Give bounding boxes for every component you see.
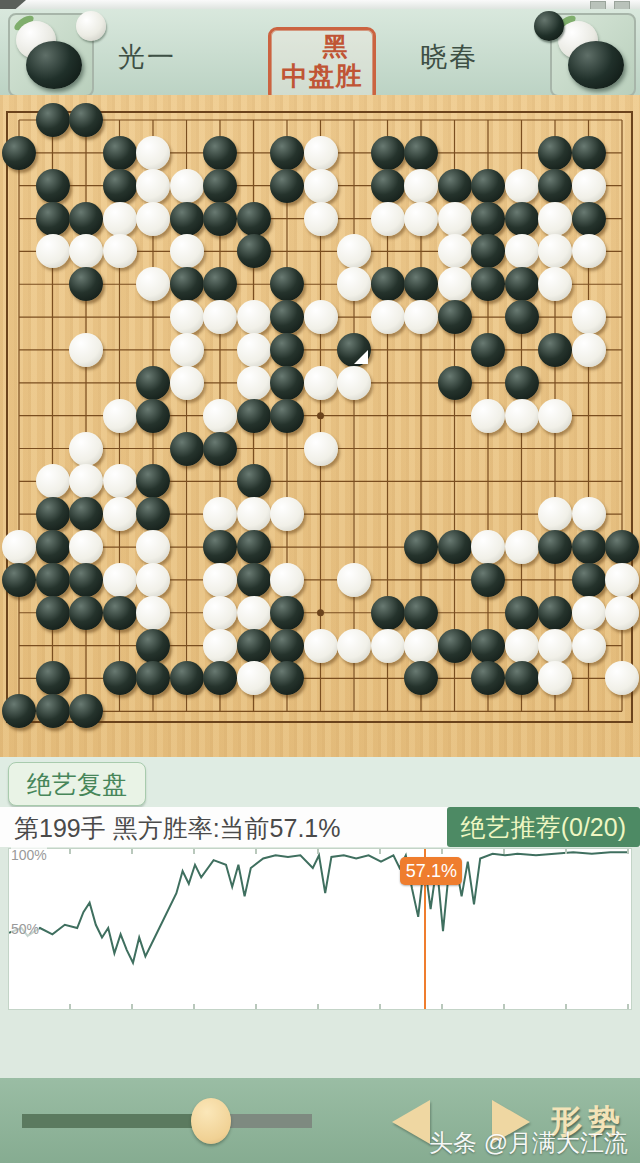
black-stone	[237, 530, 271, 564]
black-stone	[270, 169, 304, 203]
black-stone	[371, 267, 405, 301]
black-stone	[505, 366, 539, 400]
black-stone	[170, 661, 204, 695]
black-stone-last-move	[337, 333, 371, 367]
black-stone	[471, 629, 505, 663]
black-stone	[471, 169, 505, 203]
white-stone	[203, 563, 237, 597]
black-stone	[36, 596, 70, 630]
black-stone	[371, 136, 405, 170]
white-stone	[237, 333, 271, 367]
right-player-color-badge-black	[534, 11, 564, 41]
black-stone	[237, 202, 271, 236]
white-stone	[572, 497, 606, 531]
black-stone	[203, 530, 237, 564]
replay-button[interactable]: 绝艺复盘	[8, 762, 146, 806]
white-stone	[136, 267, 170, 301]
black-stone	[572, 563, 606, 597]
white-stone	[237, 596, 271, 630]
black-stone	[36, 530, 70, 564]
white-stone	[371, 202, 405, 236]
black-stone	[36, 103, 70, 137]
black-stone	[605, 530, 639, 564]
black-stone	[2, 563, 36, 597]
black-stone	[103, 596, 137, 630]
white-stone	[538, 497, 572, 531]
black-stone	[538, 169, 572, 203]
result-stamp: 黑 中盘胜	[268, 27, 376, 103]
move-info-text: 第199手 黑方胜率:当前57.1%	[14, 812, 341, 845]
white-stone	[404, 300, 438, 334]
black-stone	[471, 563, 505, 597]
black-stone	[538, 530, 572, 564]
corner-arrow-icon	[0, 0, 26, 9]
black-stone	[69, 596, 103, 630]
right-player-name: 晓春	[420, 39, 478, 75]
white-stone	[404, 629, 438, 663]
black-stone	[505, 267, 539, 301]
bottom-control-bar: 形势 头条 @月满大江流	[0, 1078, 640, 1163]
white-stone	[505, 530, 539, 564]
white-stone	[237, 300, 271, 334]
result-stamp-line1: 黑	[271, 32, 373, 60]
black-stone	[572, 202, 606, 236]
white-stone	[103, 202, 137, 236]
white-stone	[103, 399, 137, 433]
white-stone	[438, 202, 472, 236]
replay-row: 绝艺复盘	[0, 757, 640, 807]
white-stone	[572, 596, 606, 630]
white-stone	[438, 234, 472, 268]
black-stone	[36, 497, 70, 531]
black-stone	[136, 366, 170, 400]
black-stone	[203, 202, 237, 236]
black-stone	[103, 661, 137, 695]
black-stone	[136, 497, 170, 531]
white-stone	[103, 497, 137, 531]
black-stone	[136, 399, 170, 433]
game-header: 光一 黑 中盘胜 晓春	[0, 9, 640, 95]
white-stone	[203, 300, 237, 334]
black-stone	[270, 136, 304, 170]
white-stone	[538, 267, 572, 301]
black-stone	[572, 136, 606, 170]
white-stone	[136, 596, 170, 630]
black-stone	[505, 661, 539, 695]
slider-track-filled	[22, 1114, 211, 1128]
black-stone	[270, 366, 304, 400]
white-stone	[304, 202, 338, 236]
white-stone	[69, 333, 103, 367]
black-stone	[270, 267, 304, 301]
white-stone	[337, 563, 371, 597]
white-stone	[505, 169, 539, 203]
winrate-curve	[9, 849, 629, 1007]
white-stone	[404, 169, 438, 203]
black-stone	[270, 629, 304, 663]
slider-thumb[interactable]	[191, 1098, 231, 1144]
white-stone	[304, 300, 338, 334]
black-stone	[505, 300, 539, 334]
black-stone	[404, 136, 438, 170]
white-stone	[203, 629, 237, 663]
black-stone	[471, 267, 505, 301]
chart-bottom-ticks	[9, 1004, 631, 1009]
white-stone	[304, 366, 338, 400]
white-stone	[237, 497, 271, 531]
white-stone	[572, 629, 606, 663]
white-stone	[170, 333, 204, 367]
black-stone	[69, 202, 103, 236]
left-player-color-badge-white	[76, 11, 106, 41]
white-stone	[572, 234, 606, 268]
black-stone	[538, 136, 572, 170]
white-stone	[69, 530, 103, 564]
black-stone	[438, 169, 472, 203]
white-stone	[505, 234, 539, 268]
last-move-triangle-marker	[354, 350, 368, 364]
white-stone	[103, 563, 137, 597]
black-stone	[203, 136, 237, 170]
white-stone	[572, 169, 606, 203]
black-stone	[438, 300, 472, 334]
white-stone	[572, 333, 606, 367]
white-stone	[170, 300, 204, 334]
go-board[interactable]	[0, 95, 640, 757]
black-stone	[103, 136, 137, 170]
white-stone	[136, 169, 170, 203]
white-stone	[605, 563, 639, 597]
white-stone	[337, 267, 371, 301]
black-stone	[170, 267, 204, 301]
y-axis-label-100: 100%	[11, 847, 47, 863]
black-stone	[69, 103, 103, 137]
white-stone	[538, 202, 572, 236]
black-stone	[471, 202, 505, 236]
white-stone	[505, 629, 539, 663]
white-stone	[203, 497, 237, 531]
white-stone	[538, 399, 572, 433]
black-stone	[471, 333, 505, 367]
winrate-tooltip: 57.1%	[400, 857, 462, 885]
white-stone	[572, 300, 606, 334]
black-stone	[36, 661, 70, 695]
white-stone	[36, 234, 70, 268]
recommend-button[interactable]: 绝艺推荐(0/20)	[447, 807, 640, 847]
black-stone	[237, 464, 271, 498]
white-stone	[203, 596, 237, 630]
white-stone	[270, 497, 304, 531]
white-stone	[505, 399, 539, 433]
white-stone	[605, 596, 639, 630]
white-stone	[103, 464, 137, 498]
chart-top-ticks	[9, 849, 631, 854]
black-stone	[505, 596, 539, 630]
black-stone	[404, 530, 438, 564]
white-stone	[2, 530, 36, 564]
white-stone	[170, 169, 204, 203]
black-stone	[136, 629, 170, 663]
result-stamp-line2: 中盘胜	[271, 60, 373, 92]
white-stone	[136, 563, 170, 597]
black-stone	[371, 169, 405, 203]
black-stone	[36, 563, 70, 597]
black-stone	[270, 596, 304, 630]
black-stone	[404, 596, 438, 630]
black-stone	[270, 333, 304, 367]
black-stone	[538, 596, 572, 630]
prev-move-button[interactable]	[392, 1100, 430, 1144]
white-stone	[136, 530, 170, 564]
black-stone-icon	[26, 41, 82, 89]
black-stone	[505, 202, 539, 236]
black-stone	[170, 202, 204, 236]
left-player-name: 光一	[118, 39, 176, 75]
black-stone	[36, 694, 70, 728]
info-row: 第199手 黑方胜率:当前57.1% 绝艺推荐(0/20)	[0, 807, 640, 847]
black-stone	[237, 234, 271, 268]
white-stone	[304, 432, 338, 466]
black-stone	[69, 563, 103, 597]
black-stone	[237, 563, 271, 597]
y-axis-label-50: 50%	[11, 921, 39, 937]
white-stone	[136, 202, 170, 236]
white-stone	[337, 366, 371, 400]
black-stone	[203, 267, 237, 301]
black-stone-icon	[568, 41, 624, 89]
black-stone	[438, 366, 472, 400]
white-stone	[471, 530, 505, 564]
black-stone	[371, 596, 405, 630]
black-stone	[572, 530, 606, 564]
black-stone	[438, 530, 472, 564]
black-stone	[69, 267, 103, 301]
black-stone	[203, 432, 237, 466]
white-stone	[304, 629, 338, 663]
status-strip	[0, 0, 640, 9]
black-stone	[538, 333, 572, 367]
white-stone	[404, 202, 438, 236]
winrate-chart[interactable]: 100% 50% 57.1%	[8, 848, 632, 1010]
white-stone	[438, 267, 472, 301]
black-stone	[237, 629, 271, 663]
white-stone	[203, 399, 237, 433]
white-stone	[371, 629, 405, 663]
white-stone	[237, 366, 271, 400]
white-stone	[371, 300, 405, 334]
black-stone	[438, 629, 472, 663]
black-stone	[203, 169, 237, 203]
black-stone	[2, 136, 36, 170]
white-stone	[538, 629, 572, 663]
white-stone	[471, 399, 505, 433]
black-stone	[270, 300, 304, 334]
black-stone	[103, 169, 137, 203]
white-stone	[337, 629, 371, 663]
white-stone	[270, 563, 304, 597]
app-screen: 光一 黑 中盘胜 晓春 绝艺复盘 第199手 黑方胜率:当前57.1% 绝艺推荐…	[0, 0, 640, 1163]
white-stone	[69, 432, 103, 466]
white-stone	[304, 136, 338, 170]
white-stone	[170, 366, 204, 400]
black-stone	[270, 399, 304, 433]
white-stone	[36, 464, 70, 498]
black-stone	[36, 202, 70, 236]
watermark-text: 头条 @月满大江流	[429, 1127, 628, 1159]
move-slider[interactable]	[22, 1114, 312, 1128]
black-stone	[69, 497, 103, 531]
black-stone	[404, 267, 438, 301]
black-stone	[36, 169, 70, 203]
white-stone	[237, 661, 271, 695]
black-stone	[237, 399, 271, 433]
black-stone	[170, 432, 204, 466]
white-stone	[170, 234, 204, 268]
white-stone	[136, 136, 170, 170]
white-stone	[304, 169, 338, 203]
white-stone	[103, 234, 137, 268]
